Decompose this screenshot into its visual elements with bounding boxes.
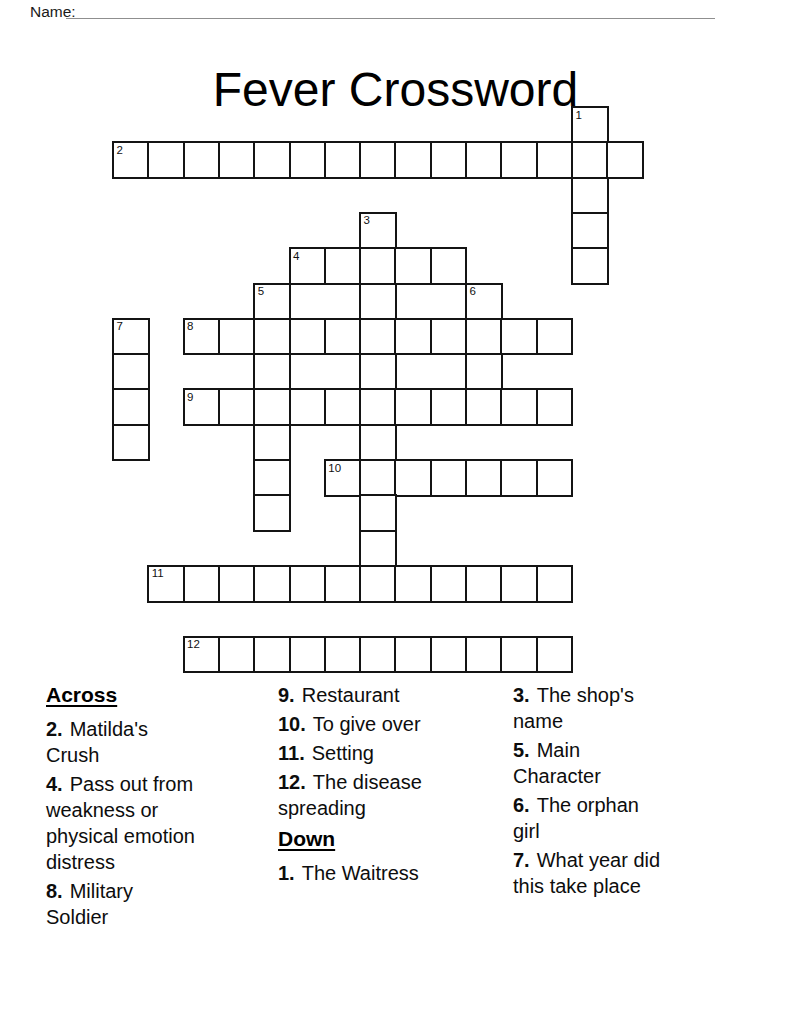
grid-cell-r12c7[interactable] bbox=[359, 530, 397, 568]
clue-number: 11. bbox=[278, 742, 305, 764]
grid-cell-r10c11[interactable] bbox=[500, 459, 538, 497]
grid-cell-r1c14[interactable] bbox=[606, 141, 644, 179]
cell-number-5: 5 bbox=[255, 285, 289, 298]
clue-1: 1.The Waitress bbox=[278, 860, 492, 886]
grid-cell-r10c9[interactable] bbox=[430, 459, 468, 497]
grid-cell-r15c2[interactable]: 12 bbox=[183, 636, 221, 674]
grid-cell-r7c10[interactable] bbox=[465, 353, 503, 391]
grid-cell-r4c7[interactable] bbox=[359, 247, 397, 285]
clue-column-2: 9.Restaurant10.To give over11.Setting12.… bbox=[278, 682, 492, 889]
crossword-grid: 123456789101112 bbox=[112, 106, 644, 674]
clue-8: 8.Military Soldier bbox=[46, 878, 260, 930]
grid-cell-r13c2[interactable] bbox=[183, 565, 221, 603]
grid-cell-r8c8[interactable] bbox=[394, 388, 432, 426]
grid-cell-r5c10[interactable]: 6 bbox=[465, 283, 503, 321]
clue-heading-down: Down bbox=[278, 826, 492, 852]
grid-cell-r13c10[interactable] bbox=[465, 565, 503, 603]
grid-cell-r6c11[interactable] bbox=[500, 318, 538, 356]
clue-number: 9. bbox=[278, 684, 295, 706]
grid-cell-r1c1[interactable] bbox=[147, 141, 185, 179]
grid-cell-r9c0[interactable] bbox=[112, 424, 150, 462]
grid-cell-r6c10[interactable] bbox=[465, 318, 503, 356]
clue-number: 5. bbox=[513, 739, 530, 761]
clue-number: 6. bbox=[513, 794, 530, 816]
grid-cell-r8c0[interactable] bbox=[112, 388, 150, 426]
grid-cell-r13c7[interactable] bbox=[359, 565, 397, 603]
clue-10: 10.To give over bbox=[278, 711, 492, 737]
grid-cell-r1c5[interactable] bbox=[289, 141, 327, 179]
cell-number-6: 6 bbox=[467, 285, 501, 298]
clue-4: 4.Pass out from weakness or physical emo… bbox=[46, 771, 260, 875]
grid-cell-r15c11[interactable] bbox=[500, 636, 538, 674]
grid-cell-r13c8[interactable] bbox=[394, 565, 432, 603]
clue-number: 12. bbox=[278, 771, 306, 793]
grid-cell-r1c4[interactable] bbox=[253, 141, 291, 179]
grid-cell-r10c4[interactable] bbox=[253, 459, 291, 497]
grid-cell-r7c0[interactable] bbox=[112, 353, 150, 391]
grid-cell-r7c7[interactable] bbox=[359, 353, 397, 391]
clue-column-3: 3.The shop's name5.Main Character6.The o… bbox=[513, 682, 727, 902]
grid-cell-r1c10[interactable] bbox=[465, 141, 503, 179]
grid-cell-r1c3[interactable] bbox=[218, 141, 256, 179]
grid-cell-r4c8[interactable] bbox=[394, 247, 432, 285]
grid-cell-r1c6[interactable] bbox=[324, 141, 362, 179]
clue-5: 5.Main Character bbox=[513, 737, 727, 789]
grid-cell-r1c2[interactable] bbox=[183, 141, 221, 179]
clue-number: 10. bbox=[278, 713, 306, 735]
grid-cell-r1c13[interactable] bbox=[571, 141, 609, 179]
grid-cell-r13c11[interactable] bbox=[500, 565, 538, 603]
grid-cell-r7c4[interactable] bbox=[253, 353, 291, 391]
grid-cell-r8c3[interactable] bbox=[218, 388, 256, 426]
clue-text: The orphan girl bbox=[513, 794, 639, 842]
grid-cell-r13c12[interactable] bbox=[536, 565, 574, 603]
grid-cell-r4c9[interactable] bbox=[430, 247, 468, 285]
grid-cell-r10c6[interactable]: 10 bbox=[324, 459, 362, 497]
grid-cell-r6c8[interactable] bbox=[394, 318, 432, 356]
clue-12: 12.The disease spreading bbox=[278, 769, 492, 821]
clue-text: The Waitress bbox=[302, 862, 419, 884]
clue-text: To give over bbox=[313, 713, 421, 735]
grid-cell-r10c12[interactable] bbox=[536, 459, 574, 497]
grid-cell-r10c8[interactable] bbox=[394, 459, 432, 497]
grid-cell-r15c12[interactable] bbox=[536, 636, 574, 674]
grid-cell-r6c12[interactable] bbox=[536, 318, 574, 356]
grid-cell-r15c10[interactable] bbox=[465, 636, 503, 674]
grid-cell-r13c6[interactable] bbox=[324, 565, 362, 603]
grid-cell-r1c8[interactable] bbox=[394, 141, 432, 179]
grid-cell-r4c5[interactable]: 4 bbox=[289, 247, 327, 285]
grid-cell-r6c0[interactable]: 7 bbox=[112, 318, 150, 356]
grid-cell-r6c7[interactable] bbox=[359, 318, 397, 356]
cell-number-8: 8 bbox=[185, 320, 219, 333]
cell-number-2: 2 bbox=[114, 143, 148, 156]
grid-cell-r13c9[interactable] bbox=[430, 565, 468, 603]
grid-cell-r11c4[interactable] bbox=[253, 494, 291, 532]
grid-cell-r8c10[interactable] bbox=[465, 388, 503, 426]
clue-number: 1. bbox=[278, 862, 295, 884]
worksheet-page: { "page": { "name_label": "Name:", "titl… bbox=[0, 0, 791, 1024]
grid-cell-r8c7[interactable] bbox=[359, 388, 397, 426]
grid-cell-r13c4[interactable] bbox=[253, 565, 291, 603]
clue-text: The shop's name bbox=[513, 684, 634, 732]
clue-9: 9.Restaurant bbox=[278, 682, 492, 708]
cell-number-9: 9 bbox=[185, 390, 219, 403]
cell-number-4: 4 bbox=[291, 249, 325, 262]
clue-11: 11.Setting bbox=[278, 740, 492, 766]
cell-number-11: 11 bbox=[149, 567, 183, 580]
grid-cell-r13c3[interactable] bbox=[218, 565, 256, 603]
grid-cell-r13c1[interactable]: 11 bbox=[147, 565, 185, 603]
grid-cell-r15c9[interactable] bbox=[430, 636, 468, 674]
clue-text: Restaurant bbox=[302, 684, 400, 706]
clue-3: 3.The shop's name bbox=[513, 682, 727, 734]
grid-cell-r6c2[interactable]: 8 bbox=[183, 318, 221, 356]
clue-heading-across: Across bbox=[46, 682, 260, 708]
clue-6: 6.The orphan girl bbox=[513, 792, 727, 844]
clue-text: Pass out from weakness or physical emoti… bbox=[46, 773, 195, 873]
grid-cell-r6c6[interactable] bbox=[324, 318, 362, 356]
grid-cell-r8c6[interactable] bbox=[324, 388, 362, 426]
grid-cell-r1c12[interactable] bbox=[536, 141, 574, 179]
grid-cell-r9c4[interactable] bbox=[253, 424, 291, 462]
grid-cell-r15c3[interactable] bbox=[218, 636, 256, 674]
cell-number-1: 1 bbox=[573, 108, 607, 121]
clue-number: 4. bbox=[46, 773, 63, 795]
grid-cell-r5c7[interactable] bbox=[359, 283, 397, 321]
cell-number-3: 3 bbox=[361, 214, 395, 227]
grid-cell-r5c4[interactable]: 5 bbox=[253, 283, 291, 321]
grid-cell-r15c8[interactable] bbox=[394, 636, 432, 674]
grid-cell-r4c6[interactable] bbox=[324, 247, 362, 285]
clue-7: 7.What year did this take place bbox=[513, 847, 727, 899]
grid-cell-r1c11[interactable] bbox=[500, 141, 538, 179]
clue-number: 7. bbox=[513, 849, 530, 871]
grid-cell-r3c7[interactable]: 3 bbox=[359, 212, 397, 250]
cell-number-7: 7 bbox=[114, 320, 148, 333]
grid-cell-r9c7[interactable] bbox=[359, 424, 397, 462]
grid-cell-r8c12[interactable] bbox=[536, 388, 574, 426]
grid-cell-r3c13[interactable] bbox=[571, 212, 609, 250]
grid-cell-r15c6[interactable] bbox=[324, 636, 362, 674]
grid-cell-r15c7[interactable] bbox=[359, 636, 397, 674]
grid-cell-r11c7[interactable] bbox=[359, 494, 397, 532]
grid-cell-r6c5[interactable] bbox=[289, 318, 327, 356]
clue-column-1: Across2.Matilda's Crush4.Pass out from w… bbox=[46, 682, 260, 933]
grid-cell-r6c3[interactable] bbox=[218, 318, 256, 356]
grid-cell-r10c10[interactable] bbox=[465, 459, 503, 497]
clue-number: 2. bbox=[46, 718, 63, 740]
grid-cell-r1c7[interactable] bbox=[359, 141, 397, 179]
clue-number: 3. bbox=[513, 684, 530, 706]
grid-cell-r2c13[interactable] bbox=[571, 177, 609, 215]
grid-cell-r4c13[interactable] bbox=[571, 247, 609, 285]
grid-cell-r15c4[interactable] bbox=[253, 636, 291, 674]
grid-cell-r8c11[interactable] bbox=[500, 388, 538, 426]
cell-number-12: 12 bbox=[185, 638, 219, 651]
grid-cell-r8c2[interactable]: 9 bbox=[183, 388, 221, 426]
grid-cell-r6c9[interactable] bbox=[430, 318, 468, 356]
clue-text: What year did this take place bbox=[513, 849, 660, 897]
grid-cell-r15c5[interactable] bbox=[289, 636, 327, 674]
clue-number: 8. bbox=[46, 880, 63, 902]
clue-text: Setting bbox=[312, 742, 374, 764]
grid-cell-r13c5[interactable] bbox=[289, 565, 327, 603]
grid-cell-r10c7[interactable] bbox=[359, 459, 397, 497]
clue-2: 2.Matilda's Crush bbox=[46, 716, 260, 768]
grid-cell-r1c0[interactable]: 2 bbox=[112, 141, 150, 179]
cell-number-10: 10 bbox=[326, 461, 360, 474]
grid-cell-r1c9[interactable] bbox=[430, 141, 468, 179]
grid-cell-r6c4[interactable] bbox=[253, 318, 291, 356]
grid-cell-r8c4[interactable] bbox=[253, 388, 291, 426]
grid-cell-r0c13[interactable]: 1 bbox=[571, 106, 609, 144]
grid-cell-r8c5[interactable] bbox=[289, 388, 327, 426]
grid-cell-r8c9[interactable] bbox=[430, 388, 468, 426]
name-blank-line bbox=[66, 18, 715, 19]
